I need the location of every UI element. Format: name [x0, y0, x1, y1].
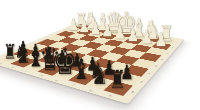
pieces-layer: ♜♞♝♛♚♝♞♜♟♟♟♟♟♟♟♟♟♟♟♟♟♟♟♟♜♞♝♛♚♝♞♜: [0, 22, 184, 104]
white-pawn-e2: ♟: [114, 24, 126, 42]
vinyl-board-mat: ♜♞♝♛♚♝♞♜♟♟♟♟♟♟♟♟♟♟♟♟♟♟♟♟♜♞♝♛♚♝♞♜ abcdefg…: [0, 22, 184, 104]
black-knight-g8: ♞: [89, 58, 109, 88]
white-pawn-f2: ♟: [127, 26, 139, 44]
white-pawn-b2: ♟: [79, 18, 90, 35]
chess-set-product-photo: ♜♞♝♛♚♝♞♜♟♟♟♟♟♟♟♟♟♟♟♟♟♟♟♟♜♞♝♛♚♝♞♜ abcdefg…: [0, 0, 200, 110]
white-pawn-g2: ♟: [140, 28, 153, 47]
white-pawn-d2: ♟: [102, 22, 114, 40]
black-rook-h8: ♜: [109, 67, 126, 92]
white-pawn-c2: ♟: [90, 20, 101, 37]
white-pawn-h2: ♟: [155, 30, 168, 49]
white-pawn-a2: ♟: [68, 16, 79, 32]
